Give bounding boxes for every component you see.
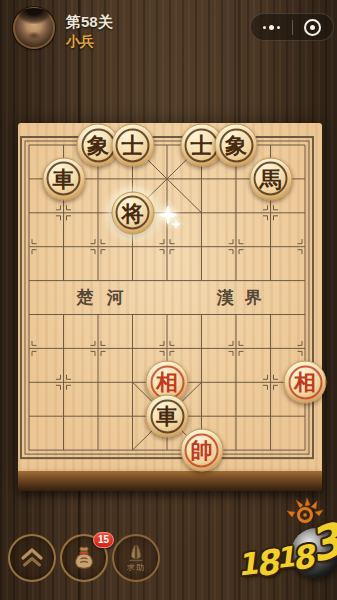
piece-glyph: 士 <box>122 134 144 157</box>
menu-button[interactable] <box>8 534 56 582</box>
sphere-icon <box>291 528 337 578</box>
rewards-bag-button[interactable]: 15 <box>60 534 108 582</box>
rank-label: 小兵 <box>66 33 94 51</box>
exit-circle-icon <box>304 19 321 36</box>
piece-車[interactable]: 車 <box>146 395 189 438</box>
exit-button[interactable] <box>293 14 334 40</box>
piece-将[interactable]: 将 <box>111 191 154 234</box>
piece-馬[interactable]: 馬 <box>249 157 292 200</box>
piece-glyph: 象 <box>87 134 109 157</box>
piece-車[interactable]: 車 <box>42 157 85 200</box>
piece-相[interactable]: 相 <box>284 361 327 404</box>
game-screen: 第58关 小兵 楚河漢界 象士士象車馬将車相相帥 15 <box>0 0 337 600</box>
watermark-text: 18183 <box>234 518 337 581</box>
player-avatar <box>13 7 55 49</box>
piece-glyph: 車 <box>156 405 178 428</box>
praying-hands-icon <box>125 543 147 563</box>
money-bag-icon <box>71 544 97 572</box>
sun-icon <box>280 498 324 530</box>
piece-glyph: 馬 <box>260 167 282 190</box>
more-options-button[interactable] <box>251 14 292 40</box>
chevron-up-icon <box>19 546 45 570</box>
piece-glyph: 象 <box>225 134 247 157</box>
more-dots-icon <box>263 26 266 29</box>
piece-glyph: 帥 <box>191 439 213 462</box>
help-label: 求助 <box>127 562 145 573</box>
more-dots-icon <box>269 25 274 30</box>
piece-glyph: 士 <box>191 134 213 157</box>
piece-帥[interactable]: 帥 <box>180 429 223 472</box>
piece-glyph: 車 <box>53 167 75 190</box>
ask-help-button[interactable]: 求助 <box>112 534 160 582</box>
watermark-18183: 18183 <box>236 500 336 590</box>
piece-士[interactable]: 士 <box>111 124 154 167</box>
piece-象[interactable]: 象 <box>215 124 258 167</box>
piece-glyph: 相 <box>156 371 178 394</box>
level-label: 第58关 <box>66 13 113 32</box>
piece-glyph: 将 <box>122 201 144 224</box>
bag-count-badge: 15 <box>93 532 114 548</box>
board-edge <box>18 471 322 491</box>
more-dots-icon <box>277 26 280 29</box>
miniprogram-capsule <box>250 13 334 41</box>
piece-glyph: 相 <box>294 371 316 394</box>
